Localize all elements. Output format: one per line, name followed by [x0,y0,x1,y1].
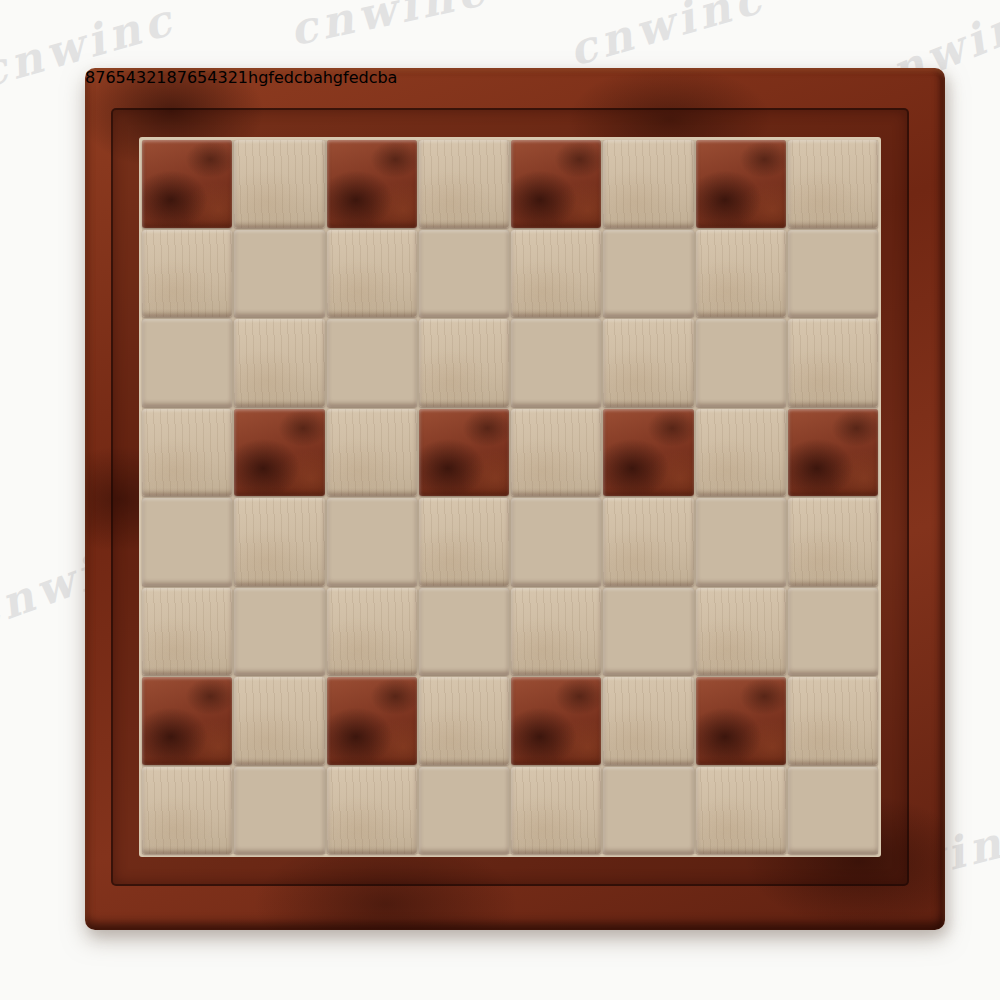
square-h2[interactable] [696,140,786,228]
square-e4[interactable] [511,409,601,497]
square-a3[interactable] [603,767,693,855]
square-c5[interactable] [419,588,509,676]
rank-label-top-5: 5 [116,68,126,87]
square-d8[interactable] [142,498,232,586]
square-g4[interactable] [511,230,601,318]
square-f7[interactable] [234,319,324,407]
rank-label-bottom-4: 4 [207,68,217,87]
square-f4[interactable] [511,319,601,407]
square-e7[interactable] [234,409,324,497]
file-label-left-c: c [294,68,303,87]
square-b8[interactable] [142,677,232,765]
square-h1[interactable] [788,140,878,228]
chessboard: 8765432187654321hgfedcbahgfedcba [85,68,945,930]
square-f8[interactable] [142,319,232,407]
square-b2[interactable] [696,677,786,765]
rank-label-top-1: 1 [156,68,166,87]
square-a7[interactable] [234,767,324,855]
file-label-left-h: h [248,68,258,87]
square-h3[interactable] [603,140,693,228]
rank-label-top-6: 6 [105,68,115,87]
square-b4[interactable] [511,677,601,765]
rank-label-bottom-6: 6 [187,68,197,87]
square-g8[interactable] [142,230,232,318]
square-f1[interactable] [788,319,878,407]
square-b7[interactable] [234,677,324,765]
square-c1[interactable] [788,588,878,676]
square-a2[interactable] [696,767,786,855]
square-d1[interactable] [788,498,878,586]
file-label-right-b: b [377,68,387,87]
square-c7[interactable] [234,588,324,676]
rank-label-top-8: 8 [85,68,95,87]
square-g6[interactable] [327,230,417,318]
rank-label-top-3: 3 [136,68,146,87]
square-h8[interactable] [142,140,232,228]
rank-label-bottom-5: 5 [197,68,207,87]
square-d2[interactable] [696,498,786,586]
square-d5[interactable] [419,498,509,586]
square-c4[interactable] [511,588,601,676]
square-f2[interactable] [696,319,786,407]
square-e1[interactable] [788,409,878,497]
file-label-left-e: e [274,68,284,87]
rank-label-top-7: 7 [95,68,105,87]
square-h5[interactable] [419,140,509,228]
square-a8[interactable] [142,767,232,855]
square-h7[interactable] [234,140,324,228]
square-d7[interactable] [234,498,324,586]
square-b5[interactable] [419,677,509,765]
square-c3[interactable] [603,588,693,676]
square-h4[interactable] [511,140,601,228]
photo-watermark: cnwinc [563,0,771,76]
square-h6[interactable] [327,140,417,228]
rank-label-top-2: 2 [146,68,156,87]
rank-label-bottom-8: 8 [167,68,177,87]
square-a5[interactable] [419,767,509,855]
photo-watermark: cnwinc [285,0,493,55]
square-d3[interactable] [603,498,693,586]
rank-label-bottom-1: 1 [238,68,248,87]
square-g2[interactable] [696,230,786,318]
square-g1[interactable] [788,230,878,318]
square-d6[interactable] [327,498,417,586]
square-e6[interactable] [327,409,417,497]
square-a1[interactable] [788,767,878,855]
file-label-right-g: g [333,68,343,87]
square-f5[interactable] [419,319,509,407]
square-b3[interactable] [603,677,693,765]
rank-label-bottom-3: 3 [217,68,227,87]
square-g5[interactable] [419,230,509,318]
square-b1[interactable] [788,677,878,765]
file-label-right-d: d [358,68,368,87]
square-g3[interactable] [603,230,693,318]
square-g7[interactable] [234,230,324,318]
rank-label-bottom-7: 7 [177,68,187,87]
square-a4[interactable] [511,767,601,855]
square-c6[interactable] [327,588,417,676]
square-f3[interactable] [603,319,693,407]
square-d4[interactable] [511,498,601,586]
square-f6[interactable] [327,319,417,407]
rank-label-bottom-2: 2 [228,68,238,87]
square-a6[interactable] [327,767,417,855]
file-label-left-b: b [303,68,313,87]
square-e8[interactable] [142,409,232,497]
file-label-left-g: g [258,68,268,87]
square-e5[interactable] [419,409,509,497]
file-label-right-e: e [349,68,359,87]
file-label-left-a: a [313,68,323,87]
square-e3[interactable] [603,409,693,497]
square-c2[interactable] [696,588,786,676]
square-c8[interactable] [142,588,232,676]
file-label-right-a: a [388,68,398,87]
square-e2[interactable] [696,409,786,497]
file-label-left-d: d [284,68,294,87]
board-grid [139,137,881,857]
coordinate-labels: 8765432187654321hgfedcbahgfedcba [85,68,945,87]
rank-label-top-4: 4 [126,68,136,87]
square-b6[interactable] [327,677,417,765]
file-label-right-h: h [323,68,333,87]
